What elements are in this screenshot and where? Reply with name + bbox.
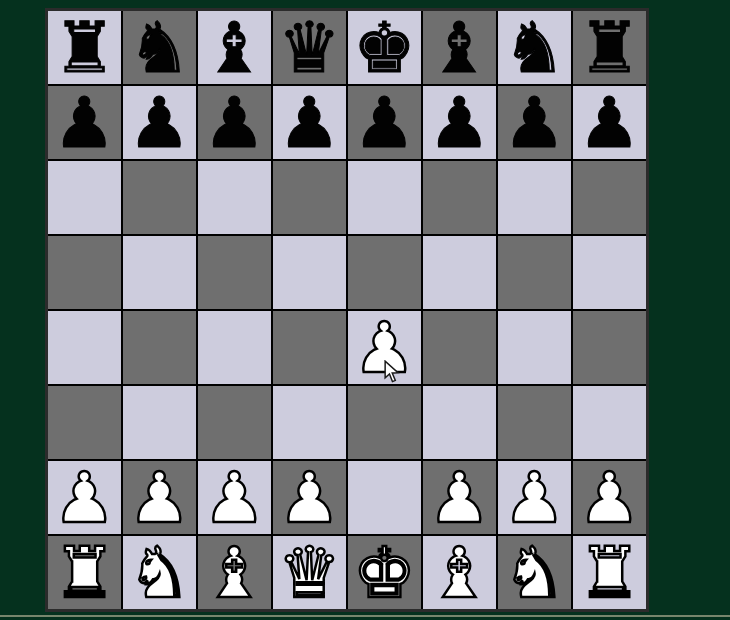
square-a5[interactable] — [48, 236, 121, 309]
square-h6[interactable] — [573, 161, 646, 234]
square-g3[interactable] — [498, 386, 571, 459]
piece-white-pawn[interactable]: ♟ — [203, 462, 266, 535]
piece-white-rook[interactable]: ♜ — [53, 537, 116, 610]
square-d6[interactable] — [273, 161, 346, 234]
piece-white-pawn[interactable]: ♟ — [128, 462, 191, 535]
square-d4[interactable] — [273, 311, 346, 384]
piece-white-pawn[interactable]: ♟ — [278, 462, 341, 535]
square-f6[interactable] — [423, 161, 496, 234]
square-g1[interactable]: ♞ — [498, 536, 571, 609]
square-b4[interactable] — [123, 311, 196, 384]
square-f4[interactable] — [423, 311, 496, 384]
square-a6[interactable] — [48, 161, 121, 234]
piece-white-pawn[interactable]: ♟ — [428, 462, 491, 535]
square-d7[interactable]: ♟ — [273, 86, 346, 159]
square-e4[interactable]: ♟ — [348, 311, 421, 384]
square-c8[interactable]: ♝ — [198, 11, 271, 84]
square-d1[interactable]: ♛ — [273, 536, 346, 609]
square-c6[interactable] — [198, 161, 271, 234]
square-f7[interactable]: ♟ — [423, 86, 496, 159]
square-g5[interactable] — [498, 236, 571, 309]
piece-white-pawn[interactable]: ♟ — [53, 462, 116, 535]
piece-white-knight[interactable]: ♞ — [128, 537, 191, 610]
square-c1[interactable]: ♝ — [198, 536, 271, 609]
piece-black-knight[interactable]: ♞ — [128, 12, 191, 85]
square-g6[interactable] — [498, 161, 571, 234]
piece-white-pawn[interactable]: ♟ — [353, 312, 416, 385]
piece-black-queen[interactable]: ♛ — [278, 12, 341, 85]
square-a4[interactable] — [48, 311, 121, 384]
square-e8[interactable]: ♚ — [348, 11, 421, 84]
piece-black-bishop[interactable]: ♝ — [428, 12, 491, 85]
square-b6[interactable] — [123, 161, 196, 234]
square-f5[interactable] — [423, 236, 496, 309]
square-e6[interactable] — [348, 161, 421, 234]
piece-white-pawn[interactable]: ♟ — [503, 462, 566, 535]
square-c4[interactable] — [198, 311, 271, 384]
square-h2[interactable]: ♟ — [573, 461, 646, 534]
square-c2[interactable]: ♟ — [198, 461, 271, 534]
piece-black-pawn[interactable]: ♟ — [353, 87, 416, 160]
square-g2[interactable]: ♟ — [498, 461, 571, 534]
square-c5[interactable] — [198, 236, 271, 309]
square-h3[interactable] — [573, 386, 646, 459]
piece-white-bishop[interactable]: ♝ — [203, 537, 266, 610]
piece-black-pawn[interactable]: ♟ — [128, 87, 191, 160]
piece-white-bishop[interactable]: ♝ — [428, 537, 491, 610]
square-c3[interactable] — [198, 386, 271, 459]
square-c7[interactable]: ♟ — [198, 86, 271, 159]
square-h5[interactable] — [573, 236, 646, 309]
square-h7[interactable]: ♟ — [573, 86, 646, 159]
square-f8[interactable]: ♝ — [423, 11, 496, 84]
square-h1[interactable]: ♜ — [573, 536, 646, 609]
chess-board-frame: ♜♞♝♛♚♝♞♜♟♟♟♟♟♟♟♟♟♟♟♟♟♟♟♟♜♞♝♛♚♝♞♜ — [45, 8, 649, 612]
square-b3[interactable] — [123, 386, 196, 459]
square-e3[interactable] — [348, 386, 421, 459]
piece-black-rook[interactable]: ♜ — [53, 12, 116, 85]
square-g8[interactable]: ♞ — [498, 11, 571, 84]
piece-black-pawn[interactable]: ♟ — [278, 87, 341, 160]
square-b2[interactable]: ♟ — [123, 461, 196, 534]
piece-black-pawn[interactable]: ♟ — [203, 87, 266, 160]
piece-white-king[interactable]: ♚ — [353, 537, 416, 610]
piece-black-rook[interactable]: ♜ — [578, 12, 641, 85]
piece-black-pawn[interactable]: ♟ — [578, 87, 641, 160]
square-d5[interactable] — [273, 236, 346, 309]
piece-black-pawn[interactable]: ♟ — [53, 87, 116, 160]
piece-black-king[interactable]: ♚ — [353, 12, 416, 85]
square-f2[interactable]: ♟ — [423, 461, 496, 534]
square-d8[interactable]: ♛ — [273, 11, 346, 84]
square-d2[interactable]: ♟ — [273, 461, 346, 534]
square-a7[interactable]: ♟ — [48, 86, 121, 159]
chess-board[interactable]: ♜♞♝♛♚♝♞♜♟♟♟♟♟♟♟♟♟♟♟♟♟♟♟♟♜♞♝♛♚♝♞♜ — [48, 11, 646, 609]
square-g4[interactable] — [498, 311, 571, 384]
square-g7[interactable]: ♟ — [498, 86, 571, 159]
square-d3[interactable] — [273, 386, 346, 459]
square-e1[interactable]: ♚ — [348, 536, 421, 609]
piece-black-knight[interactable]: ♞ — [503, 12, 566, 85]
piece-black-bishop[interactable]: ♝ — [203, 12, 266, 85]
square-b7[interactable]: ♟ — [123, 86, 196, 159]
square-f1[interactable]: ♝ — [423, 536, 496, 609]
piece-white-knight[interactable]: ♞ — [503, 537, 566, 610]
piece-white-pawn[interactable]: ♟ — [578, 462, 641, 535]
square-e2[interactable] — [348, 461, 421, 534]
piece-black-pawn[interactable]: ♟ — [503, 87, 566, 160]
square-a1[interactable]: ♜ — [48, 536, 121, 609]
square-b1[interactable]: ♞ — [123, 536, 196, 609]
square-b8[interactable]: ♞ — [123, 11, 196, 84]
square-f3[interactable] — [423, 386, 496, 459]
square-a3[interactable] — [48, 386, 121, 459]
piece-white-rook[interactable]: ♜ — [578, 537, 641, 610]
square-a2[interactable]: ♟ — [48, 461, 121, 534]
square-b5[interactable] — [123, 236, 196, 309]
window-bottom-edge-line — [0, 615, 730, 617]
piece-white-queen[interactable]: ♛ — [278, 537, 341, 610]
piece-black-pawn[interactable]: ♟ — [428, 87, 491, 160]
square-e5[interactable] — [348, 236, 421, 309]
square-a8[interactable]: ♜ — [48, 11, 121, 84]
square-e7[interactable]: ♟ — [348, 86, 421, 159]
square-h8[interactable]: ♜ — [573, 11, 646, 84]
square-h4[interactable] — [573, 311, 646, 384]
